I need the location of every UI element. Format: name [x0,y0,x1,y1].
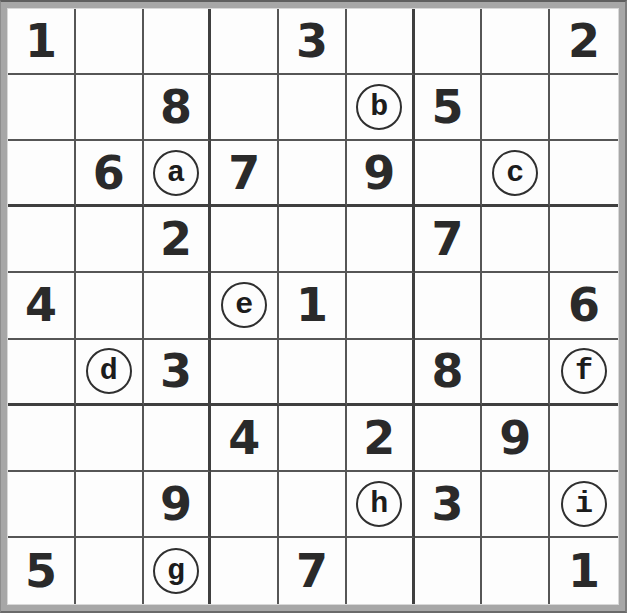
circle-label-i: i [561,481,607,527]
given-digit: 8 [160,84,192,130]
given-digit: 3 [432,481,464,527]
cell-r3c1[interactable] [8,141,76,207]
cell-r1c8[interactable] [482,9,550,75]
cell-r7c5[interactable] [279,406,347,472]
cell-r2c6[interactable]: b [347,75,415,141]
given-digit: 1 [568,548,600,594]
given-digit: 3 [160,348,192,394]
cell-r5c5[interactable]: 1 [279,273,347,339]
cell-r8c9[interactable]: i [550,472,618,538]
cell-r3c6[interactable]: 9 [347,141,415,207]
cell-r2c3[interactable]: 8 [144,75,212,141]
cell-r7c7[interactable] [415,406,483,472]
cell-r9c9[interactable]: 1 [550,538,618,604]
cell-r1c4[interactable] [211,9,279,75]
cell-r7c8[interactable]: 9 [482,406,550,472]
cell-r5c9[interactable]: 6 [550,273,618,339]
board-frame: 1328b56a79c274e16d38f4299h3i5g71 [0,0,627,613]
cell-r3c8[interactable]: c [482,141,550,207]
cell-r8c8[interactable] [482,472,550,538]
cell-r2c7[interactable]: 5 [415,75,483,141]
cell-r6c1[interactable] [8,340,76,406]
given-digit: 2 [363,415,395,461]
given-digit: 2 [568,18,600,64]
cell-r9c4[interactable] [211,538,279,604]
cell-r5c7[interactable] [415,273,483,339]
cell-r9c6[interactable] [347,538,415,604]
cell-r2c8[interactable] [482,75,550,141]
cell-r8c7[interactable]: 3 [415,472,483,538]
cell-r9c2[interactable] [76,538,144,604]
screenshot: 1328b56a79c274e16d38f4299h3i5g71 [0,0,627,613]
given-digit: 7 [432,216,464,262]
circle-label-h: h [356,481,402,527]
given-digit: 6 [93,150,125,196]
circle-label-a: a [153,150,199,196]
given-digit: 5 [432,84,464,130]
cell-r8c3[interactable]: 9 [144,472,212,538]
cell-r7c1[interactable] [8,406,76,472]
cell-r5c6[interactable] [347,273,415,339]
cell-r4c5[interactable] [279,207,347,273]
cell-r7c6[interactable]: 2 [347,406,415,472]
cell-r4c2[interactable] [76,207,144,273]
cell-r4c7[interactable]: 7 [415,207,483,273]
cell-r8c4[interactable] [211,472,279,538]
cell-r3c2[interactable]: 6 [76,141,144,207]
circle-label-f: f [561,348,607,394]
cell-r3c3[interactable]: a [144,141,212,207]
circle-label-g: g [153,548,199,594]
given-digit: 6 [568,282,600,328]
cell-r7c4[interactable]: 4 [211,406,279,472]
cell-r5c4[interactable]: e [211,273,279,339]
cell-r6c3[interactable]: 3 [144,340,212,406]
cell-r9c5[interactable]: 7 [279,538,347,604]
cell-r2c2[interactable] [76,75,144,141]
cell-r4c4[interactable] [211,207,279,273]
cell-r5c8[interactable] [482,273,550,339]
cell-r6c8[interactable] [482,340,550,406]
cell-r3c4[interactable]: 7 [211,141,279,207]
given-digit: 4 [25,282,57,328]
circle-label-b: b [356,84,402,130]
cell-r1c1[interactable]: 1 [8,9,76,75]
cell-r2c9[interactable] [550,75,618,141]
cell-r4c1[interactable] [8,207,76,273]
given-digit: 5 [25,548,57,594]
cell-r5c3[interactable] [144,273,212,339]
circle-label-c: c [492,150,538,196]
cell-r1c6[interactable] [347,9,415,75]
cell-r1c9[interactable]: 2 [550,9,618,75]
given-digit: 2 [160,216,192,262]
cell-r6c5[interactable] [279,340,347,406]
given-digit: 4 [228,415,260,461]
cell-r6c6[interactable] [347,340,415,406]
cell-r9c8[interactable] [482,538,550,604]
cell-r9c1[interactable]: 5 [8,538,76,604]
cell-r7c2[interactable] [76,406,144,472]
cell-r4c3[interactable]: 2 [144,207,212,273]
cell-r1c3[interactable] [144,9,212,75]
cell-r5c2[interactable] [76,273,144,339]
given-digit: 9 [160,481,192,527]
given-digit: 1 [296,282,328,328]
cell-r7c9[interactable] [550,406,618,472]
cell-r7c3[interactable] [144,406,212,472]
cell-r3c7[interactable] [415,141,483,207]
sudoku-board: 1328b56a79c274e16d38f4299h3i5g71 [7,8,619,605]
circle-label-e: e [221,282,267,328]
circle-label-d: d [86,348,132,394]
cell-r3c5[interactable] [279,141,347,207]
cell-r6c7[interactable]: 8 [415,340,483,406]
cell-r5c1[interactable]: 4 [8,273,76,339]
cell-r3c9[interactable] [550,141,618,207]
given-digit: 3 [296,18,328,64]
cell-r4c9[interactable] [550,207,618,273]
given-digit: 1 [25,18,57,64]
cell-r2c1[interactable] [8,75,76,141]
cell-r4c8[interactable] [482,207,550,273]
cell-r1c2[interactable] [76,9,144,75]
cell-r9c7[interactable] [415,538,483,604]
cell-r6c9[interactable]: f [550,340,618,406]
cell-r8c5[interactable] [279,472,347,538]
cell-r8c1[interactable] [8,472,76,538]
cell-r8c6[interactable]: h [347,472,415,538]
given-digit: 8 [432,348,464,394]
cell-r4c6[interactable] [347,207,415,273]
given-digit: 7 [296,548,328,594]
cell-r2c4[interactable] [211,75,279,141]
given-digit: 9 [499,415,531,461]
cell-r1c5[interactable]: 3 [279,9,347,75]
cell-r6c4[interactable] [211,340,279,406]
given-digit: 7 [228,150,260,196]
cell-r2c5[interactable] [279,75,347,141]
cell-r9c3[interactable]: g [144,538,212,604]
cell-r6c2[interactable]: d [76,340,144,406]
given-digit: 9 [363,150,395,196]
cell-r1c7[interactable] [415,9,483,75]
cell-r8c2[interactable] [76,472,144,538]
